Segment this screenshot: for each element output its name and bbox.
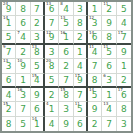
cell-r6c2[interactable]: 1 — [16, 74, 30, 88]
cell-r4c6[interactable]: 1 — [74, 45, 88, 59]
cell-r9c2[interactable]: 5 — [16, 117, 30, 131]
cell-digit: 5 — [34, 62, 40, 71]
cell-r3c6[interactable]: 2 — [74, 31, 88, 45]
cage-sum-label: 16 — [60, 31, 65, 35]
cell-digit: 7 — [106, 120, 112, 129]
cage-sum-label: 15 — [3, 102, 8, 106]
cell-digit: 7 — [63, 76, 69, 85]
cell-digit: 7 — [49, 19, 55, 28]
cell-r4c4[interactable]: 3 — [45, 45, 59, 59]
cell-r8c2[interactable]: 7 — [16, 102, 30, 116]
cell-r4c1[interactable]: 97 — [2, 45, 16, 59]
cell-r7c3[interactable]: 9 — [31, 88, 45, 102]
cage-sum-label: 14 — [89, 88, 94, 92]
cell-digit: 8 — [121, 105, 127, 114]
cell-r1c1[interactable]: 249 — [2, 2, 16, 16]
cell-digit: 8 — [63, 91, 69, 100]
cell-r7c6[interactable]: 7 — [74, 88, 88, 102]
cell-r5c3[interactable]: 5 — [31, 59, 45, 73]
cell-digit: 4 — [6, 91, 12, 100]
cell-r2c8[interactable]: 9 — [102, 16, 116, 30]
cell-digit: 1 — [34, 120, 40, 129]
cell-r5c5[interactable]: 2 — [59, 59, 73, 73]
cell-r9c6[interactable]: 6 — [74, 117, 88, 131]
cell-digit: 7 — [6, 48, 12, 57]
cell-r8c4[interactable]: 41 — [45, 102, 59, 116]
cell-r8c8[interactable]: 134 — [102, 102, 116, 116]
cell-r9c4[interactable]: 4 — [45, 117, 59, 131]
cell-r7c5[interactable]: 158 — [59, 88, 73, 102]
cell-r3c1[interactable]: 5 — [2, 31, 16, 45]
cage-sum-label: 4 — [46, 102, 49, 106]
cell-r2c2[interactable]: 6 — [16, 16, 30, 30]
cell-r2c5[interactable]: 135 — [59, 16, 73, 30]
cage-sum-label: 14 — [89, 31, 94, 35]
cell-r6c4[interactable]: 5 — [45, 74, 59, 88]
cell-digit: 8 — [49, 62, 55, 71]
cell-r5c7[interactable]: 7 — [88, 59, 102, 73]
cell-r7c9[interactable]: 176 — [117, 88, 131, 102]
cell-digit: 4 — [106, 105, 112, 114]
cage-sum-label: 8 — [60, 2, 63, 6]
cage-sum-label: 14 — [32, 117, 37, 121]
cell-r2c6[interactable]: 8 — [74, 16, 88, 30]
cage-sum-label: 24 — [3, 2, 8, 6]
cell-digit: 8 — [92, 76, 98, 85]
cell-digit: 6 — [34, 105, 40, 114]
cell-r1c3[interactable]: 7 — [31, 2, 45, 16]
cell-r5c2[interactable]: 109 — [16, 59, 30, 73]
cage-sum-label: 13 — [46, 2, 51, 6]
cell-r5c6[interactable]: 4 — [74, 59, 88, 73]
cage-sum-label: 13 — [60, 16, 65, 20]
cell-r6c8[interactable]: 63 — [102, 74, 116, 88]
cell-r9c7[interactable]: 2 — [88, 117, 102, 131]
cell-r6c6[interactable]: 179 — [74, 74, 88, 88]
cell-r2c3[interactable]: 2 — [31, 16, 45, 30]
cell-r8c3[interactable]: 6 — [31, 102, 45, 116]
cell-digit: 2 — [34, 19, 40, 28]
cell-r1c6[interactable]: 3 — [74, 2, 88, 16]
cell-r1c2[interactable]: 8 — [16, 2, 30, 16]
cage-sum-label: 11 — [75, 102, 80, 106]
cell-r4c9[interactable]: 9 — [117, 45, 131, 59]
cell-r6c3[interactable]: 154 — [31, 74, 45, 88]
cell-digit: 6 — [20, 19, 26, 28]
cell-digit: 2 — [77, 33, 83, 42]
cell-r8c6[interactable]: 115 — [74, 102, 88, 116]
cell-digit: 6 — [6, 76, 12, 85]
cell-digit: 3 — [63, 105, 69, 114]
cell-r3c2[interactable]: 74 — [16, 31, 30, 45]
cell-digit: 4 — [77, 62, 83, 71]
cell-r1c4[interactable]: 136 — [45, 2, 59, 16]
cell-r1c9[interactable]: 5 — [117, 2, 131, 16]
cell-r5c1[interactable]: 133 — [2, 59, 16, 73]
cell-r6c1[interactable]: 6 — [2, 74, 16, 88]
cell-digit: 3 — [106, 76, 112, 85]
cell-digit: 3 — [6, 62, 12, 71]
cell-r3c3[interactable]: 3 — [31, 31, 45, 45]
cell-digit: 4 — [92, 48, 98, 57]
cell-r8c1[interactable]: 152 — [2, 102, 16, 116]
cage-sum-label: 13 — [32, 45, 37, 49]
cell-digit: 3 — [121, 120, 127, 129]
cell-digit: 6 — [49, 5, 55, 14]
cell-digit: 7 — [77, 91, 83, 100]
cell-r4c7[interactable]: 114 — [88, 45, 102, 59]
killer-sudoku-board: 2498713684311125141627135812394574312916… — [0, 0, 133, 133]
cell-digit: 5 — [20, 120, 26, 129]
cell-r9c9[interactable]: 3 — [117, 117, 131, 131]
cell-digit: 5 — [121, 5, 127, 14]
cage-sum-label: 11 — [103, 2, 108, 6]
cell-r2c1[interactable]: 141 — [2, 16, 16, 30]
cell-digit: 8 — [77, 19, 83, 28]
cell-r3c7[interactable]: 146 — [88, 31, 102, 45]
cage-sum-label: 17 — [118, 88, 123, 92]
cell-digit: 5 — [92, 91, 98, 100]
cage-sum-label: 15 — [60, 88, 65, 92]
cell-r2c4[interactable]: 7 — [45, 16, 59, 30]
cage-sum-label: 12 — [46, 31, 51, 35]
cell-digit: 2 — [20, 48, 26, 57]
cell-digit: 2 — [121, 76, 127, 85]
cell-digit: 3 — [92, 19, 98, 28]
cell-digit: 7 — [34, 5, 40, 14]
cage-sum-label: 13 — [103, 102, 108, 106]
cage-sum-label: 17 — [75, 74, 80, 78]
cell-digit: 2 — [6, 105, 12, 114]
cage-sum-label: 15 — [32, 74, 37, 78]
cell-r7c8[interactable]: 1 — [102, 88, 116, 102]
cell-digit: 8 — [106, 33, 112, 42]
cell-r2c9[interactable]: 4 — [117, 16, 131, 30]
cell-r9c3[interactable]: 141 — [31, 117, 45, 131]
cell-digit: 3 — [20, 91, 26, 100]
cell-digit: 9 — [106, 19, 112, 28]
cell-r5c8[interactable]: 6 — [102, 59, 116, 73]
cell-digit: 8 — [6, 120, 12, 129]
cell-digit: 2 — [92, 120, 98, 129]
cell-r7c2[interactable]: 163 — [16, 88, 30, 102]
cell-digit: 2 — [49, 91, 55, 100]
cell-digit: 9 — [20, 62, 26, 71]
cell-digit: 7 — [92, 62, 98, 71]
cell-digit: 1 — [49, 105, 55, 114]
cell-digit: 5 — [63, 19, 69, 28]
cell-r3c8[interactable]: 8 — [102, 31, 116, 45]
cell-r3c5[interactable]: 161 — [59, 31, 73, 45]
cage-sum-label: 9 — [3, 45, 6, 49]
cell-r1c5[interactable]: 84 — [59, 2, 73, 16]
cell-digit: 1 — [20, 76, 26, 85]
cell-r8c9[interactable]: 8 — [117, 102, 131, 116]
cell-digit: 4 — [49, 120, 55, 129]
cell-digit: 9 — [63, 120, 69, 129]
cell-digit: 2 — [63, 62, 69, 71]
cell-r9c5[interactable]: 9 — [59, 117, 73, 131]
cell-digit: 1 — [6, 19, 12, 28]
cage-sum-label: 12 — [89, 16, 94, 20]
cell-r8c5[interactable]: 3 — [59, 102, 73, 116]
cell-r1c7[interactable]: 1 — [88, 2, 102, 16]
cell-r6c9[interactable]: 2 — [117, 74, 131, 88]
cage-sum-label: 11 — [89, 45, 94, 49]
cage-sum-label: 11 — [103, 45, 108, 49]
cage-sum-label: 6 — [103, 74, 106, 78]
cell-r3c4[interactable]: 129 — [45, 31, 59, 45]
cell-digit: 4 — [20, 33, 26, 42]
cell-digit: 1 — [77, 48, 83, 57]
cage-sum-label: 16 — [17, 88, 22, 92]
cell-digit: 8 — [34, 48, 40, 57]
cell-r4c3[interactable]: 138 — [31, 45, 45, 59]
cell-r6c7[interactable]: 8 — [88, 74, 102, 88]
cage-sum-label: 20 — [46, 59, 51, 63]
cell-r5c9[interactable]: 1 — [117, 59, 131, 73]
cell-digit: 6 — [106, 62, 112, 71]
cell-digit: 6 — [121, 91, 127, 100]
cell-digit: 4 — [121, 19, 127, 28]
cell-digit: 3 — [34, 33, 40, 42]
cell-r7c4[interactable]: 2 — [45, 88, 59, 102]
cell-digit: 9 — [121, 48, 127, 57]
cell-digit: 5 — [49, 76, 55, 85]
cage-sum-label: 14 — [3, 16, 8, 20]
cell-r2c7[interactable]: 123 — [88, 16, 102, 30]
cell-digit: 8 — [20, 5, 26, 14]
cell-digit: 4 — [63, 5, 69, 14]
cell-r9c8[interactable]: 7 — [102, 117, 116, 131]
cell-digit: 1 — [106, 91, 112, 100]
cage-sum-label: 13 — [3, 59, 8, 63]
cell-digit: 3 — [49, 48, 55, 57]
cage-sum-label: 17 — [118, 31, 123, 35]
cell-digit: 6 — [77, 120, 83, 129]
cell-r4c8[interactable]: 115 — [102, 45, 116, 59]
cell-r6c5[interactable]: 7 — [59, 74, 73, 88]
cell-digit: 1 — [121, 62, 127, 71]
cell-r5c4[interactable]: 208 — [45, 59, 59, 73]
cell-r9c1[interactable]: 8 — [2, 117, 16, 131]
cell-digit: 6 — [63, 48, 69, 57]
cell-digit: 9 — [6, 5, 12, 14]
cell-digit: 9 — [34, 91, 40, 100]
cage-sum-label: 7 — [17, 31, 20, 35]
cell-r7c7[interactable]: 145 — [88, 88, 102, 102]
cell-r1c8[interactable]: 112 — [102, 2, 116, 16]
cell-r3c9[interactable]: 177 — [117, 31, 131, 45]
cell-digit: 2 — [106, 5, 112, 14]
cell-r4c2[interactable]: 2 — [16, 45, 30, 59]
cell-digit: 5 — [77, 105, 83, 114]
cell-digit: 7 — [20, 105, 26, 114]
cell-digit: 9 — [92, 105, 98, 114]
cell-digit: 3 — [77, 5, 83, 14]
cell-digit: 5 — [106, 48, 112, 57]
cell-r4c5[interactable]: 6 — [59, 45, 73, 59]
cell-r8c7[interactable]: 9 — [88, 102, 102, 116]
cage-sum-label: 10 — [17, 59, 22, 63]
cell-digit: 1 — [92, 5, 98, 14]
cell-r7c1[interactable]: 4 — [2, 88, 16, 102]
cell-digit: 5 — [6, 33, 12, 42]
